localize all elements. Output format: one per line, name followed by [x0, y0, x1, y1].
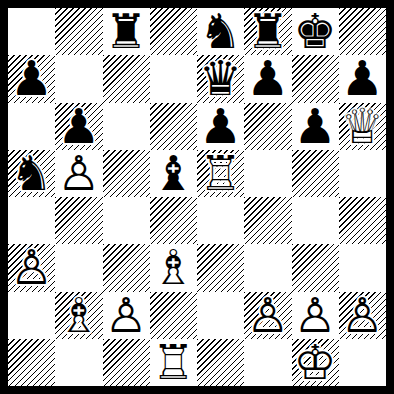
square-c5[interactable] — [103, 150, 150, 197]
square-e8[interactable]: ♞ — [197, 8, 244, 55]
square-b6[interactable]: ♟ — [55, 103, 102, 150]
chess-board-frame: ♜♞♜♚♟♛♟♟♟♟♟♕♞♙♝♖♙♗♗♙♙♙♙♖♔ — [0, 0, 394, 394]
square-f3[interactable] — [244, 244, 291, 291]
square-b4[interactable] — [55, 197, 102, 244]
piece-black-pawn: ♟ — [10, 55, 53, 102]
square-f8[interactable]: ♜ — [244, 8, 291, 55]
square-c3[interactable] — [103, 244, 150, 291]
square-h3[interactable] — [339, 244, 386, 291]
square-d3[interactable]: ♗ — [150, 244, 197, 291]
square-a3[interactable]: ♙ — [8, 244, 55, 291]
piece-black-pawn: ♟ — [199, 103, 242, 150]
square-g8[interactable]: ♚ — [292, 8, 339, 55]
square-f1[interactable] — [244, 339, 291, 386]
square-b1[interactable] — [55, 339, 102, 386]
piece-white-queen: ♕ — [341, 103, 384, 150]
square-d4[interactable] — [150, 197, 197, 244]
piece-black-rook: ♜ — [105, 8, 148, 55]
piece-white-bishop: ♗ — [152, 244, 195, 291]
square-d7[interactable] — [150, 55, 197, 102]
square-e7[interactable]: ♛ — [197, 55, 244, 102]
piece-white-rook: ♖ — [152, 339, 195, 386]
square-a5[interactable]: ♞ — [8, 150, 55, 197]
square-h8[interactable] — [339, 8, 386, 55]
piece-white-pawn: ♙ — [105, 292, 148, 339]
piece-black-knight: ♞ — [199, 8, 242, 55]
square-f5[interactable] — [244, 150, 291, 197]
piece-black-bishop: ♝ — [152, 150, 195, 197]
square-a7[interactable]: ♟ — [8, 55, 55, 102]
square-a2[interactable] — [8, 292, 55, 339]
square-f6[interactable] — [244, 103, 291, 150]
piece-white-king: ♔ — [294, 339, 337, 386]
square-e4[interactable] — [197, 197, 244, 244]
square-b8[interactable] — [55, 8, 102, 55]
piece-white-pawn: ♙ — [246, 292, 289, 339]
square-h2[interactable]: ♙ — [339, 292, 386, 339]
chess-board: ♜♞♜♚♟♛♟♟♟♟♟♕♞♙♝♖♙♗♗♙♙♙♙♖♔ — [8, 8, 386, 386]
square-e3[interactable] — [197, 244, 244, 291]
square-f4[interactable] — [244, 197, 291, 244]
square-c8[interactable]: ♜ — [103, 8, 150, 55]
square-a4[interactable] — [8, 197, 55, 244]
square-g7[interactable] — [292, 55, 339, 102]
square-d8[interactable] — [150, 8, 197, 55]
piece-black-rook: ♜ — [246, 8, 289, 55]
piece-white-bishop: ♗ — [57, 292, 100, 339]
square-h4[interactable] — [339, 197, 386, 244]
square-a8[interactable] — [8, 8, 55, 55]
square-g1[interactable]: ♔ — [292, 339, 339, 386]
piece-white-pawn: ♙ — [294, 292, 337, 339]
square-b7[interactable] — [55, 55, 102, 102]
piece-black-king: ♚ — [294, 8, 337, 55]
piece-white-rook: ♖ — [199, 150, 242, 197]
square-h1[interactable] — [339, 339, 386, 386]
square-f2[interactable]: ♙ — [244, 292, 291, 339]
square-d6[interactable] — [150, 103, 197, 150]
square-g5[interactable] — [292, 150, 339, 197]
square-a1[interactable] — [8, 339, 55, 386]
square-d2[interactable] — [150, 292, 197, 339]
piece-black-knight: ♞ — [10, 150, 53, 197]
square-g4[interactable] — [292, 197, 339, 244]
piece-black-queen: ♛ — [199, 55, 242, 102]
square-e6[interactable]: ♟ — [197, 103, 244, 150]
square-d5[interactable]: ♝ — [150, 150, 197, 197]
square-e1[interactable] — [197, 339, 244, 386]
piece-white-pawn: ♙ — [57, 150, 100, 197]
piece-black-pawn: ♟ — [57, 103, 100, 150]
square-e5[interactable]: ♖ — [197, 150, 244, 197]
square-a6[interactable] — [8, 103, 55, 150]
square-f7[interactable]: ♟ — [244, 55, 291, 102]
square-h6[interactable]: ♕ — [339, 103, 386, 150]
square-c7[interactable] — [103, 55, 150, 102]
square-c2[interactable]: ♙ — [103, 292, 150, 339]
piece-white-pawn: ♙ — [341, 292, 384, 339]
square-b2[interactable]: ♗ — [55, 292, 102, 339]
square-b5[interactable]: ♙ — [55, 150, 102, 197]
square-g2[interactable]: ♙ — [292, 292, 339, 339]
square-g3[interactable] — [292, 244, 339, 291]
piece-black-pawn: ♟ — [341, 55, 384, 102]
square-c6[interactable] — [103, 103, 150, 150]
square-g6[interactable]: ♟ — [292, 103, 339, 150]
piece-black-pawn: ♟ — [246, 55, 289, 102]
square-c4[interactable] — [103, 197, 150, 244]
square-h7[interactable]: ♟ — [339, 55, 386, 102]
square-d1[interactable]: ♖ — [150, 339, 197, 386]
piece-black-pawn: ♟ — [294, 103, 337, 150]
square-h5[interactable] — [339, 150, 386, 197]
square-e2[interactable] — [197, 292, 244, 339]
square-b3[interactable] — [55, 244, 102, 291]
piece-white-pawn: ♙ — [10, 244, 53, 291]
square-c1[interactable] — [103, 339, 150, 386]
